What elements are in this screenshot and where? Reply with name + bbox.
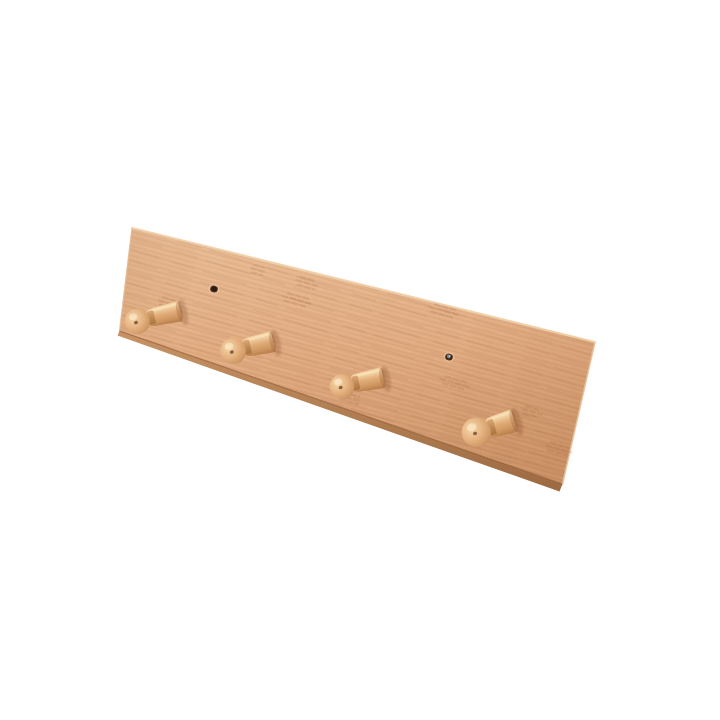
- product-photo: [0, 0, 720, 720]
- scene-svg: [0, 0, 720, 720]
- rack-board: [118, 228, 596, 492]
